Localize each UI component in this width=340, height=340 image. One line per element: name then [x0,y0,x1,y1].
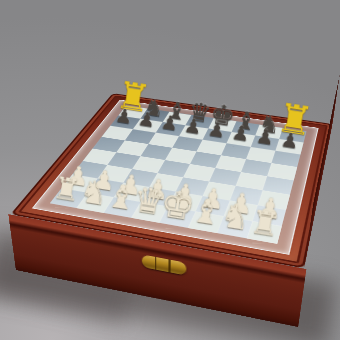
square-d5[interactable] [165,148,196,164]
brass-hinge [142,254,186,275]
photo-stage: ♜♜♞♞♝♝♛♛♚♚♝♝♞♞♜♜♟♟♟♟♟♟♟♟♟♟♟♟♟♟♟♟♟♟♟♟♟♟♟♟… [0,0,340,340]
